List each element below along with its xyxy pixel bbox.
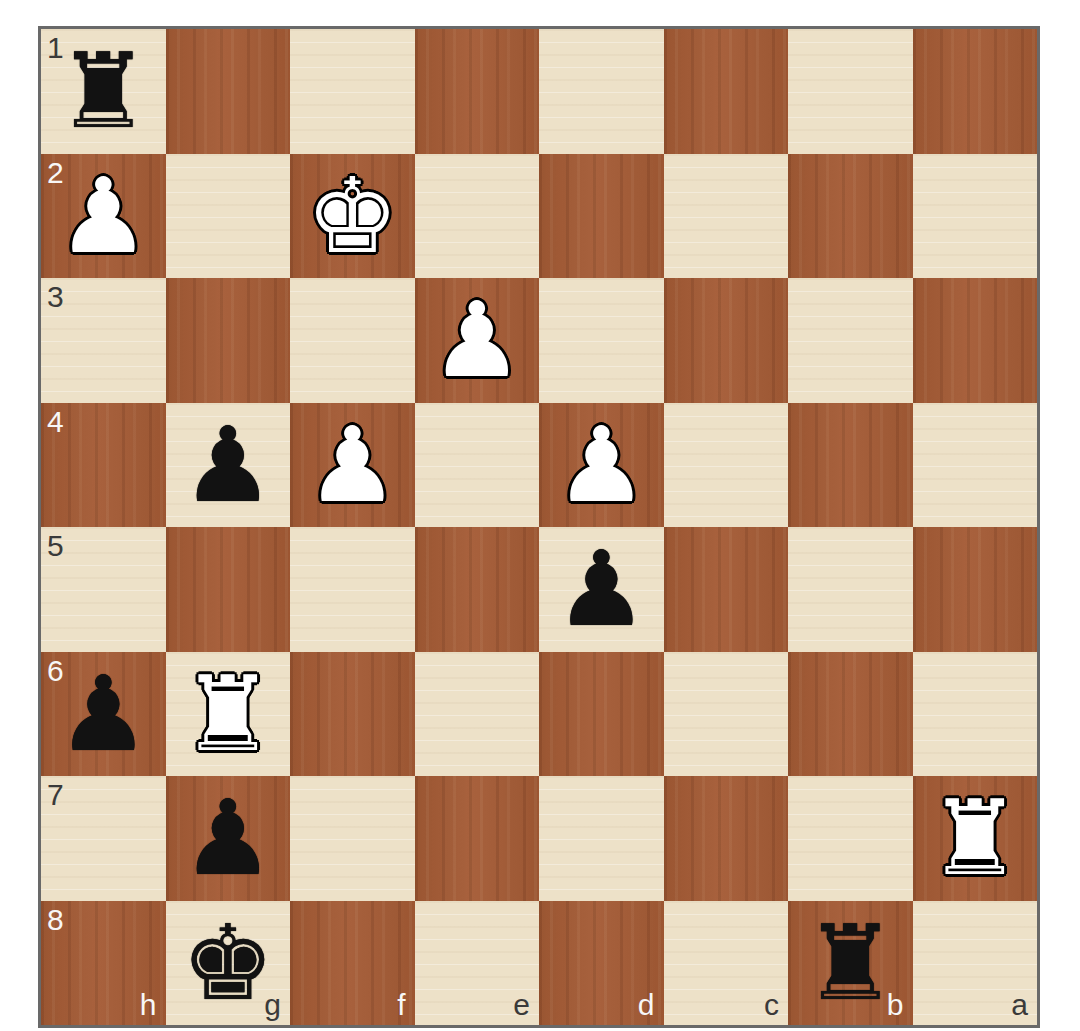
square-f5[interactable] (290, 527, 415, 652)
square-h2[interactable]: 2♟ (41, 154, 166, 279)
black-king-g8[interactable]: ♚ (166, 901, 291, 1026)
square-f8[interactable]: f (290, 901, 415, 1026)
square-h8[interactable]: 8h (41, 901, 166, 1026)
square-e1[interactable] (415, 29, 540, 154)
square-b3[interactable] (788, 278, 913, 403)
square-a1[interactable] (913, 29, 1038, 154)
rank-label-4: 4 (47, 407, 64, 437)
square-b8[interactable]: b♜ (788, 901, 913, 1026)
file-label-a: a (1011, 990, 1028, 1020)
file-label-d: d (638, 990, 655, 1020)
square-c6[interactable] (664, 652, 789, 777)
square-a2[interactable] (913, 154, 1038, 279)
square-f3[interactable] (290, 278, 415, 403)
square-d3[interactable] (539, 278, 664, 403)
rank-label-3: 3 (47, 282, 64, 312)
square-d2[interactable] (539, 154, 664, 279)
square-a7[interactable]: ♜ (913, 776, 1038, 901)
square-a3[interactable] (913, 278, 1038, 403)
square-b7[interactable] (788, 776, 913, 901)
square-h1[interactable]: 1♜ (41, 29, 166, 154)
white-pawn-d4[interactable]: ♟ (539, 403, 664, 528)
chess-board-frame: 1♜2♟♚3♟4♟♟♟5♟6♟♜7♟♜8hg♚fedcb♜a (38, 26, 1040, 1028)
square-h5[interactable]: 5 (41, 527, 166, 652)
rank-label-8: 8 (47, 905, 64, 935)
square-d7[interactable] (539, 776, 664, 901)
square-c2[interactable] (664, 154, 789, 279)
square-c1[interactable] (664, 29, 789, 154)
black-rook-b8[interactable]: ♜ (788, 901, 913, 1026)
square-d5[interactable]: ♟ (539, 527, 664, 652)
white-pawn-e3[interactable]: ♟ (415, 278, 540, 403)
square-f1[interactable] (290, 29, 415, 154)
square-d6[interactable] (539, 652, 664, 777)
square-e2[interactable] (415, 154, 540, 279)
square-f2[interactable]: ♚ (290, 154, 415, 279)
white-king-f2[interactable]: ♚ (290, 154, 415, 279)
white-rook-g6[interactable]: ♜ (166, 652, 291, 777)
square-g2[interactable] (166, 154, 291, 279)
square-f4[interactable]: ♟ (290, 403, 415, 528)
rank-label-7: 7 (47, 780, 64, 810)
square-h3[interactable]: 3 (41, 278, 166, 403)
square-a8[interactable]: a (913, 901, 1038, 1026)
square-c7[interactable] (664, 776, 789, 901)
square-e8[interactable]: e (415, 901, 540, 1026)
square-e4[interactable] (415, 403, 540, 528)
square-c4[interactable] (664, 403, 789, 528)
square-g3[interactable] (166, 278, 291, 403)
black-pawn-g7[interactable]: ♟ (166, 776, 291, 901)
square-b2[interactable] (788, 154, 913, 279)
file-label-c: c (764, 990, 779, 1020)
square-g4[interactable]: ♟ (166, 403, 291, 528)
file-label-e: e (513, 990, 530, 1020)
rank-label-5: 5 (47, 531, 64, 561)
square-h4[interactable]: 4 (41, 403, 166, 528)
square-d4[interactable]: ♟ (539, 403, 664, 528)
square-g7[interactable]: ♟ (166, 776, 291, 901)
chess-board: 1♜2♟♚3♟4♟♟♟5♟6♟♜7♟♜8hg♚fedcb♜a (41, 29, 1037, 1025)
white-rook-a7[interactable]: ♜ (913, 776, 1038, 901)
white-pawn-h2[interactable]: ♟ (41, 154, 166, 279)
square-d8[interactable]: d (539, 901, 664, 1026)
square-b5[interactable] (788, 527, 913, 652)
square-a5[interactable] (913, 527, 1038, 652)
square-h7[interactable]: 7 (41, 776, 166, 901)
square-f6[interactable] (290, 652, 415, 777)
square-c3[interactable] (664, 278, 789, 403)
square-g5[interactable] (166, 527, 291, 652)
square-b4[interactable] (788, 403, 913, 528)
black-pawn-d5[interactable]: ♟ (539, 527, 664, 652)
square-a4[interactable] (913, 403, 1038, 528)
square-g8[interactable]: g♚ (166, 901, 291, 1026)
square-e6[interactable] (415, 652, 540, 777)
square-g1[interactable] (166, 29, 291, 154)
square-f7[interactable] (290, 776, 415, 901)
square-e7[interactable] (415, 776, 540, 901)
square-b6[interactable] (788, 652, 913, 777)
square-d1[interactable] (539, 29, 664, 154)
black-rook-h1[interactable]: ♜ (41, 29, 166, 154)
black-pawn-h6[interactable]: ♟ (41, 652, 166, 777)
square-c8[interactable]: c (664, 901, 789, 1026)
square-e3[interactable]: ♟ (415, 278, 540, 403)
square-g6[interactable]: ♜ (166, 652, 291, 777)
square-b1[interactable] (788, 29, 913, 154)
file-label-f: f (397, 990, 405, 1020)
square-c5[interactable] (664, 527, 789, 652)
square-e5[interactable] (415, 527, 540, 652)
square-a6[interactable] (913, 652, 1038, 777)
square-h6[interactable]: 6♟ (41, 652, 166, 777)
black-pawn-g4[interactable]: ♟ (166, 403, 291, 528)
white-pawn-f4[interactable]: ♟ (290, 403, 415, 528)
file-label-h: h (140, 990, 157, 1020)
